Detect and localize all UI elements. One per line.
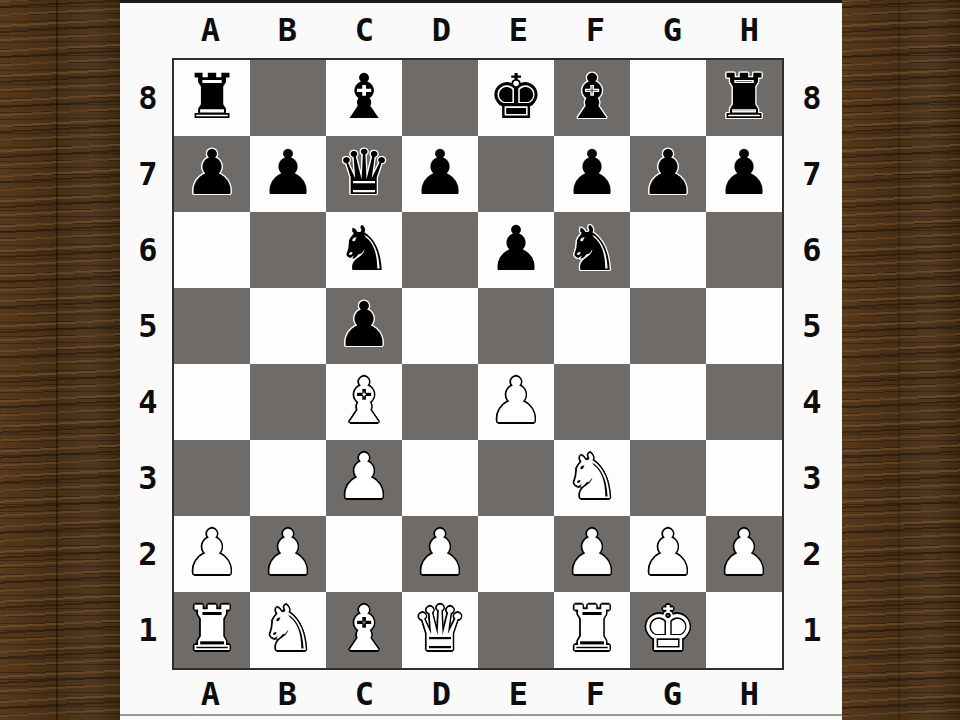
square-c8: ♝ (326, 60, 402, 136)
piece-bn-c6: ♞ (326, 212, 402, 288)
rank-label-7: 7 (126, 136, 170, 212)
square-f2: ♟ (554, 516, 630, 592)
square-g2: ♟ (630, 516, 706, 592)
square-e7 (478, 136, 554, 212)
piece-bq-c7: ♛ (326, 136, 402, 212)
file-labels-bottom: ABCDEFGH (172, 675, 788, 713)
piece-bp-d7: ♟ (402, 136, 478, 212)
square-g5 (630, 288, 706, 364)
piece-wp-e4: ♟ (478, 364, 554, 440)
file-label-a: A (172, 675, 249, 713)
wood-background-right (841, 0, 960, 720)
piece-wp-g2: ♟ (630, 516, 706, 592)
square-f7: ♟ (554, 136, 630, 212)
square-g3 (630, 440, 706, 516)
square-h4 (706, 364, 782, 440)
file-label-c: C (326, 675, 403, 713)
square-f5 (554, 288, 630, 364)
rank-label-4: 4 (126, 364, 170, 440)
rank-label-6: 6 (784, 212, 840, 288)
square-a6 (174, 212, 250, 288)
square-a3 (174, 440, 250, 516)
square-f8: ♝ (554, 60, 630, 136)
rank-label-3: 3 (784, 440, 840, 516)
rank-label-3: 3 (126, 440, 170, 516)
square-d6 (402, 212, 478, 288)
piece-bp-a7: ♟ (174, 136, 250, 212)
square-a5 (174, 288, 250, 364)
square-c5: ♟ (326, 288, 402, 364)
piece-bb-c8: ♝ (326, 60, 402, 136)
rank-label-6: 6 (126, 212, 170, 288)
rank-label-8: 8 (784, 60, 840, 136)
piece-bp-h7: ♟ (706, 136, 782, 212)
square-c7: ♛ (326, 136, 402, 212)
square-d4 (402, 364, 478, 440)
square-g8 (630, 60, 706, 136)
square-h2: ♟ (706, 516, 782, 592)
piece-wk-g1: ♚ (630, 592, 706, 668)
piece-wp-h2: ♟ (706, 516, 782, 592)
square-d1: ♛ (402, 592, 478, 668)
file-label-d: D (403, 11, 480, 49)
rank-label-1: 1 (784, 592, 840, 668)
square-c3: ♟ (326, 440, 402, 516)
square-e2 (478, 516, 554, 592)
rank-label-8: 8 (126, 60, 170, 136)
square-b8 (250, 60, 326, 136)
square-d7: ♟ (402, 136, 478, 212)
rank-label-2: 2 (126, 516, 170, 592)
file-label-b: B (249, 675, 326, 713)
piece-bk-e8: ♚ (478, 60, 554, 136)
square-e5 (478, 288, 554, 364)
square-e8: ♚ (478, 60, 554, 136)
square-b5 (250, 288, 326, 364)
square-g6 (630, 212, 706, 288)
square-a7: ♟ (174, 136, 250, 212)
square-c2 (326, 516, 402, 592)
square-d8 (402, 60, 478, 136)
square-b4 (250, 364, 326, 440)
piece-wp-a2: ♟ (174, 516, 250, 592)
rank-label-2: 2 (784, 516, 840, 592)
chessboard: ♜♝♚♝♜♟♟♛♟♟♟♟♞♟♞♟♝♟♟♞♟♟♟♟♟♟♜♞♝♛♜♚ (172, 58, 784, 670)
square-c4: ♝ (326, 364, 402, 440)
square-h7: ♟ (706, 136, 782, 212)
square-g4 (630, 364, 706, 440)
square-h5 (706, 288, 782, 364)
square-f6: ♞ (554, 212, 630, 288)
square-a8: ♜ (174, 60, 250, 136)
file-label-f: F (557, 675, 634, 713)
square-b1: ♞ (250, 592, 326, 668)
piece-wr-f1: ♜ (554, 592, 630, 668)
piece-wb-c1: ♝ (326, 592, 402, 668)
rank-label-4: 4 (784, 364, 840, 440)
piece-br-a8: ♜ (174, 60, 250, 136)
square-e6: ♟ (478, 212, 554, 288)
square-e3 (478, 440, 554, 516)
piece-wn-b1: ♞ (250, 592, 326, 668)
square-h8: ♜ (706, 60, 782, 136)
square-f4 (554, 364, 630, 440)
square-f3: ♞ (554, 440, 630, 516)
piece-wp-f2: ♟ (554, 516, 630, 592)
square-d3 (402, 440, 478, 516)
square-b6 (250, 212, 326, 288)
wood-plank-seam (898, 0, 900, 720)
square-a1: ♜ (174, 592, 250, 668)
piece-br-h8: ♜ (706, 60, 782, 136)
piece-bp-e6: ♟ (478, 212, 554, 288)
rank-label-1: 1 (126, 592, 170, 668)
square-b3 (250, 440, 326, 516)
file-label-f: F (557, 11, 634, 49)
piece-wp-c3: ♟ (326, 440, 402, 516)
file-label-e: E (480, 11, 557, 49)
wood-background-left (0, 0, 121, 720)
square-g7: ♟ (630, 136, 706, 212)
slide-panel: ABCDEFGH ABCDEFGH 87654321 87654321 ♜♝♚♝… (120, 0, 842, 720)
file-label-c: C (326, 11, 403, 49)
piece-wq-d1: ♛ (402, 592, 478, 668)
square-h6 (706, 212, 782, 288)
panel-bottom-divider (120, 714, 842, 716)
rank-label-5: 5 (126, 288, 170, 364)
piece-bb-f8: ♝ (554, 60, 630, 136)
file-label-b: B (249, 11, 326, 49)
chess-diagram-scene: ABCDEFGH ABCDEFGH 87654321 87654321 ♜♝♚♝… (0, 0, 960, 720)
file-labels-top: ABCDEFGH (172, 11, 788, 49)
square-h3 (706, 440, 782, 516)
piece-bp-c5: ♟ (326, 288, 402, 364)
piece-wn-f3: ♞ (554, 440, 630, 516)
wood-plank-seam (56, 0, 58, 720)
piece-bp-g7: ♟ (630, 136, 706, 212)
piece-wp-b2: ♟ (250, 516, 326, 592)
square-h1 (706, 592, 782, 668)
piece-wb-c4: ♝ (326, 364, 402, 440)
square-d5 (402, 288, 478, 364)
rank-labels-right: 87654321 (784, 60, 840, 668)
square-c6: ♞ (326, 212, 402, 288)
square-f1: ♜ (554, 592, 630, 668)
rank-label-5: 5 (784, 288, 840, 364)
square-d2: ♟ (402, 516, 478, 592)
file-label-g: G (634, 11, 711, 49)
file-label-h: H (711, 11, 788, 49)
square-a4 (174, 364, 250, 440)
piece-bn-f6: ♞ (554, 212, 630, 288)
square-e1 (478, 592, 554, 668)
piece-bp-b7: ♟ (250, 136, 326, 212)
file-label-g: G (634, 675, 711, 713)
square-b2: ♟ (250, 516, 326, 592)
rank-label-7: 7 (784, 136, 840, 212)
square-b7: ♟ (250, 136, 326, 212)
rank-labels-left: 87654321 (126, 60, 170, 668)
file-label-a: A (172, 11, 249, 49)
piece-bp-f7: ♟ (554, 136, 630, 212)
piece-wp-d2: ♟ (402, 516, 478, 592)
file-label-h: H (711, 675, 788, 713)
piece-wr-a1: ♜ (174, 592, 250, 668)
file-label-d: D (403, 675, 480, 713)
square-g1: ♚ (630, 592, 706, 668)
square-e4: ♟ (478, 364, 554, 440)
file-label-e: E (480, 675, 557, 713)
square-a2: ♟ (174, 516, 250, 592)
square-c1: ♝ (326, 592, 402, 668)
